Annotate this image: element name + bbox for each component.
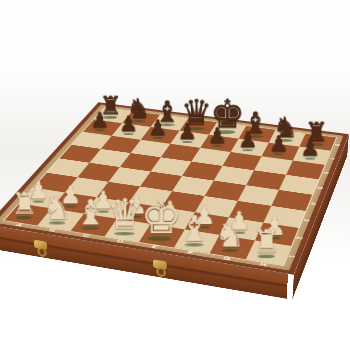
square-g4[interactable] (238, 185, 279, 206)
product-photo-scene: ♜♞♝♛♚♝♞♜♟♟♟♟♟♟♟♟♟♟♟♟♟♟♟♟♜♞♝♛♚♝♞♜ ABCDEFG… (0, 0, 350, 350)
brass-clasp-center-icon (153, 259, 167, 270)
square-f6[interactable] (222, 152, 261, 170)
rank-label-8: 8 (331, 142, 342, 147)
rank-label-6: 6 (320, 170, 332, 176)
rank-label-3: 3 (300, 217, 313, 224)
square-f5[interactable] (214, 166, 254, 185)
rank-label-7: 7 (326, 155, 337, 161)
brass-clasp-left-icon (34, 239, 48, 250)
square-g6[interactable] (254, 156, 293, 175)
